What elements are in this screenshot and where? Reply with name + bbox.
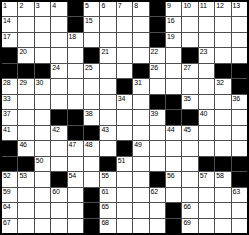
clue-number-9: 9 bbox=[167, 2, 171, 10]
clue-number-31: 31 bbox=[134, 79, 141, 87]
cell-r8c15[interactable] bbox=[232, 110, 247, 124]
cell-r2c1[interactable]: 14 bbox=[2, 17, 17, 31]
black-cell-r1c5 bbox=[68, 2, 83, 16]
cell-r15c12[interactable]: 69 bbox=[182, 219, 197, 233]
clue-number-32: 32 bbox=[216, 79, 223, 87]
cell-r8c10[interactable]: 39 bbox=[150, 110, 165, 124]
clue-number-34: 34 bbox=[118, 95, 125, 103]
clue-number-41: 41 bbox=[3, 126, 10, 134]
clue-number-37: 37 bbox=[3, 110, 10, 118]
cell-r2c2[interactable] bbox=[18, 17, 33, 31]
black-cell-r15c11 bbox=[166, 219, 181, 233]
cell-r9c13[interactable] bbox=[199, 126, 214, 140]
cell-r15c8[interactable] bbox=[117, 219, 132, 233]
cell-r2c7[interactable] bbox=[100, 17, 115, 31]
cell-r1c14[interactable]: 12 bbox=[215, 2, 230, 16]
cell-r9c10[interactable] bbox=[150, 126, 165, 140]
cell-r14c3[interactable] bbox=[35, 203, 50, 217]
cell-r5c10[interactable]: 26 bbox=[150, 64, 165, 78]
cell-r15c5[interactable] bbox=[68, 219, 83, 233]
cell-r13c10[interactable]: 62 bbox=[150, 188, 165, 202]
cell-r13c2[interactable] bbox=[18, 188, 33, 202]
black-cell-r7c11 bbox=[166, 95, 181, 109]
cell-r13c12[interactable] bbox=[182, 188, 197, 202]
clue-number-48: 48 bbox=[85, 141, 92, 149]
cell-r5c13[interactable] bbox=[199, 64, 214, 78]
cell-r1c7[interactable]: 6 bbox=[100, 2, 115, 16]
clue-number-19: 19 bbox=[167, 33, 174, 41]
cell-r14c13[interactable] bbox=[199, 203, 214, 217]
cell-r5c7[interactable] bbox=[100, 64, 115, 78]
cell-r2c4[interactable] bbox=[51, 17, 66, 31]
cell-r6c14[interactable]: 32 bbox=[215, 79, 230, 93]
black-cell-r8c11 bbox=[166, 110, 181, 124]
clue-number-43: 43 bbox=[101, 126, 108, 134]
cell-r2c15[interactable] bbox=[232, 17, 247, 31]
cell-r11c9[interactable] bbox=[133, 157, 148, 171]
cell-r1c3[interactable]: 3 bbox=[35, 2, 50, 16]
cell-r1c13[interactable]: 11 bbox=[199, 2, 214, 16]
cell-r6c13[interactable] bbox=[199, 79, 214, 93]
black-cell-r9c6 bbox=[84, 126, 99, 140]
black-cell-r11c13 bbox=[199, 157, 214, 171]
cell-r9c4[interactable]: 42 bbox=[51, 126, 66, 140]
clue-number-14: 14 bbox=[3, 17, 10, 25]
cell-r11c12[interactable] bbox=[182, 157, 197, 171]
cell-r3c13[interactable] bbox=[199, 33, 214, 47]
cell-r10c12[interactable] bbox=[182, 141, 197, 155]
clue-number-60: 60 bbox=[52, 188, 59, 196]
cell-r5c5[interactable] bbox=[68, 64, 83, 78]
clue-number-5: 5 bbox=[85, 2, 89, 10]
cell-r11c11[interactable] bbox=[166, 157, 181, 171]
black-cell-r5c14 bbox=[215, 64, 230, 78]
cell-r7c2[interactable] bbox=[18, 95, 33, 109]
clue-number-7: 7 bbox=[118, 2, 122, 10]
cell-r5c6[interactable]: 25 bbox=[84, 64, 99, 78]
black-cell-r5c9 bbox=[133, 64, 148, 78]
cell-r3c7[interactable] bbox=[100, 33, 115, 47]
black-cell-r14c6 bbox=[84, 203, 99, 217]
cell-r3c11[interactable]: 19 bbox=[166, 33, 181, 47]
clue-number-57: 57 bbox=[200, 172, 207, 180]
clue-number-44: 44 bbox=[167, 126, 174, 134]
cell-r4c13[interactable]: 23 bbox=[199, 48, 214, 62]
cell-r7c5[interactable] bbox=[68, 95, 83, 109]
cell-r8c14[interactable] bbox=[215, 110, 230, 124]
cell-r14c8[interactable] bbox=[117, 203, 132, 217]
cell-r3c8[interactable] bbox=[117, 33, 132, 47]
clue-number-33: 33 bbox=[3, 95, 10, 103]
black-cell-r5c1 bbox=[2, 64, 17, 78]
cell-r13c3[interactable] bbox=[35, 188, 50, 202]
clue-number-66: 66 bbox=[183, 203, 190, 211]
cell-r10c11[interactable] bbox=[166, 141, 181, 155]
cell-r1c12[interactable]: 10 bbox=[182, 2, 197, 16]
cell-r9c8[interactable] bbox=[117, 126, 132, 140]
cell-r9c3[interactable] bbox=[35, 126, 50, 140]
cell-r11c10[interactable] bbox=[150, 157, 165, 171]
cell-r10c6[interactable]: 48 bbox=[84, 141, 99, 155]
cell-r8c9[interactable] bbox=[133, 110, 148, 124]
cell-r6c11[interactable] bbox=[166, 79, 181, 93]
cell-r7c6[interactable] bbox=[84, 95, 99, 109]
clue-number-59: 59 bbox=[3, 188, 10, 196]
cell-r7c8[interactable]: 34 bbox=[117, 95, 132, 109]
clue-number-63: 63 bbox=[233, 188, 240, 196]
cell-r14c4[interactable] bbox=[51, 203, 66, 217]
clue-number-13: 13 bbox=[233, 2, 240, 10]
cell-r9c11[interactable]: 44 bbox=[166, 126, 181, 140]
clue-number-42: 42 bbox=[52, 126, 59, 134]
cell-r15c10[interactable] bbox=[150, 219, 165, 233]
cell-r12c14[interactable]: 58 bbox=[215, 172, 230, 186]
cell-r10c14[interactable] bbox=[215, 141, 230, 155]
clue-number-61: 61 bbox=[101, 188, 108, 196]
cell-r8c3[interactable] bbox=[35, 110, 50, 124]
cell-r2c11[interactable]: 16 bbox=[166, 17, 181, 31]
cell-r2c14[interactable] bbox=[215, 17, 230, 31]
clue-number-46: 46 bbox=[19, 141, 26, 149]
cell-r9c9[interactable] bbox=[133, 126, 148, 140]
cell-r1c8[interactable]: 7 bbox=[117, 2, 132, 16]
cell-r10c15[interactable] bbox=[232, 141, 247, 155]
cell-r15c9[interactable] bbox=[133, 219, 148, 233]
black-cell-r12c15 bbox=[232, 172, 247, 186]
cell-r13c4[interactable]: 60 bbox=[51, 188, 66, 202]
cell-r14c14[interactable] bbox=[215, 203, 230, 217]
cell-r8c8[interactable] bbox=[117, 110, 132, 124]
clue-number-28: 28 bbox=[3, 79, 10, 87]
clue-number-10: 10 bbox=[183, 2, 190, 10]
clue-number-55: 55 bbox=[101, 172, 108, 180]
cell-r15c3[interactable] bbox=[35, 219, 50, 233]
cell-r2c12[interactable] bbox=[182, 17, 197, 31]
cell-r6c1[interactable]: 28 bbox=[2, 79, 17, 93]
cell-r3c9[interactable] bbox=[133, 33, 148, 47]
cell-r12c5[interactable]: 54 bbox=[68, 172, 83, 186]
clue-number-65: 65 bbox=[101, 203, 108, 211]
clue-number-22: 22 bbox=[151, 48, 158, 56]
cell-r10c3[interactable] bbox=[35, 141, 50, 155]
cell-r6c9[interactable]: 31 bbox=[133, 79, 148, 93]
clue-number-38: 38 bbox=[85, 110, 92, 118]
cell-r5c8[interactable] bbox=[117, 64, 132, 78]
cell-r15c15[interactable] bbox=[232, 219, 247, 233]
cell-r7c3[interactable] bbox=[35, 95, 50, 109]
clue-number-3: 3 bbox=[36, 2, 40, 10]
cell-r6c12[interactable] bbox=[182, 79, 197, 93]
cell-r13c13[interactable] bbox=[199, 188, 214, 202]
cell-r9c2[interactable] bbox=[18, 126, 33, 140]
cell-r12c2[interactable]: 53 bbox=[18, 172, 33, 186]
clue-number-68: 68 bbox=[101, 219, 108, 227]
clue-number-52: 52 bbox=[3, 172, 10, 180]
cell-r10c13[interactable] bbox=[199, 141, 214, 155]
cell-r11c5[interactable] bbox=[68, 157, 83, 171]
cell-r9c14[interactable] bbox=[215, 126, 230, 140]
clue-number-1: 1 bbox=[3, 2, 7, 10]
clue-number-54: 54 bbox=[69, 172, 76, 180]
cell-r1c6[interactable]: 5 bbox=[84, 2, 99, 16]
cell-r2c13[interactable] bbox=[199, 17, 214, 31]
cell-r8c6[interactable]: 38 bbox=[84, 110, 99, 124]
clue-number-17: 17 bbox=[3, 33, 10, 41]
clue-number-24: 24 bbox=[52, 64, 59, 72]
cell-r12c11[interactable]: 56 bbox=[166, 172, 181, 186]
cell-r4c7[interactable]: 21 bbox=[100, 48, 115, 62]
clue-number-58: 58 bbox=[216, 172, 223, 180]
cell-r4c5[interactable] bbox=[68, 48, 83, 62]
cell-r3c5[interactable]: 18 bbox=[68, 33, 83, 47]
cell-r15c4[interactable] bbox=[51, 219, 66, 233]
cell-r15c13[interactable] bbox=[199, 219, 214, 233]
cell-r1c4[interactable]: 4 bbox=[51, 2, 66, 16]
cell-r9c12[interactable]: 45 bbox=[182, 126, 197, 140]
cell-r11c6[interactable] bbox=[84, 157, 99, 171]
cell-r10c7[interactable] bbox=[100, 141, 115, 155]
cell-r4c8[interactable] bbox=[117, 48, 132, 62]
clue-number-15: 15 bbox=[85, 17, 92, 25]
cell-r3c12[interactable] bbox=[182, 33, 197, 47]
cell-r7c12[interactable]: 35 bbox=[182, 95, 197, 109]
cell-r13c7[interactable]: 61 bbox=[100, 188, 115, 202]
cell-r8c13[interactable]: 40 bbox=[199, 110, 214, 124]
cell-r1c9[interactable]: 8 bbox=[133, 2, 148, 16]
cell-r3c3[interactable] bbox=[35, 33, 50, 47]
cell-r4c9[interactable] bbox=[133, 48, 148, 62]
clue-number-25: 25 bbox=[85, 64, 92, 72]
clue-number-49: 49 bbox=[134, 141, 141, 149]
clue-number-62: 62 bbox=[151, 188, 158, 196]
cell-r2c3[interactable] bbox=[35, 17, 50, 31]
cell-r2c8[interactable] bbox=[117, 17, 132, 31]
cell-r3c2[interactable] bbox=[18, 33, 33, 47]
clue-number-21: 21 bbox=[101, 48, 108, 56]
cell-r5c11[interactable] bbox=[166, 64, 181, 78]
cell-r9c15[interactable] bbox=[232, 126, 247, 140]
black-cell-r8c5 bbox=[68, 110, 83, 124]
cell-r15c2[interactable] bbox=[18, 219, 33, 233]
cell-r4c15[interactable] bbox=[232, 48, 247, 62]
black-cell-r9c5 bbox=[68, 126, 83, 140]
clue-number-39: 39 bbox=[151, 110, 158, 118]
cell-r15c14[interactable] bbox=[215, 219, 230, 233]
clue-number-67: 67 bbox=[3, 219, 10, 227]
cell-r3c14[interactable] bbox=[215, 33, 230, 47]
cell-r11c8[interactable]: 51 bbox=[117, 157, 132, 171]
cell-r6c7[interactable] bbox=[100, 79, 115, 93]
cell-r8c2[interactable] bbox=[18, 110, 33, 124]
cell-r8c7[interactable] bbox=[100, 110, 115, 124]
black-cell-r2c5 bbox=[68, 17, 83, 31]
black-cell-r15c6 bbox=[84, 219, 99, 233]
black-cell-r11c15 bbox=[232, 157, 247, 171]
clue-number-23: 23 bbox=[200, 48, 207, 56]
cell-r15c1[interactable]: 67 bbox=[2, 219, 17, 233]
clue-number-20: 20 bbox=[19, 48, 26, 56]
cell-r10c5[interactable]: 47 bbox=[68, 141, 83, 155]
cell-r12c9[interactable] bbox=[133, 172, 148, 186]
cell-r6c5[interactable] bbox=[68, 79, 83, 93]
black-cell-r3c10 bbox=[150, 33, 165, 47]
clue-number-50: 50 bbox=[36, 157, 43, 165]
cell-r13c5[interactable] bbox=[68, 188, 83, 202]
black-cell-r11c1 bbox=[2, 157, 17, 171]
black-cell-r8c12 bbox=[182, 110, 197, 124]
cell-r6c10[interactable] bbox=[150, 79, 165, 93]
cell-r4c3[interactable] bbox=[35, 48, 50, 62]
cell-r14c7[interactable]: 65 bbox=[100, 203, 115, 217]
black-cell-r10c1 bbox=[2, 141, 17, 155]
cell-r7c13[interactable] bbox=[199, 95, 214, 109]
cell-r11c4[interactable] bbox=[51, 157, 66, 171]
black-cell-r4c6 bbox=[84, 48, 99, 62]
cell-r2c6[interactable]: 15 bbox=[84, 17, 99, 31]
cell-r12c13[interactable]: 57 bbox=[199, 172, 214, 186]
clue-number-47: 47 bbox=[69, 141, 76, 149]
black-cell-r12c10 bbox=[150, 172, 165, 186]
clue-number-26: 26 bbox=[151, 64, 158, 72]
cell-r9c1[interactable]: 41 bbox=[2, 126, 17, 140]
cell-r8c1[interactable]: 37 bbox=[2, 110, 17, 124]
cell-r3c6[interactable] bbox=[84, 33, 99, 47]
clue-number-36: 36 bbox=[233, 95, 240, 103]
cell-r6c6[interactable] bbox=[84, 79, 99, 93]
cell-r1c11[interactable]: 9 bbox=[166, 2, 181, 16]
cell-r11c3[interactable]: 50 bbox=[35, 157, 50, 171]
clue-number-29: 29 bbox=[19, 79, 26, 87]
black-cell-r6c8 bbox=[117, 79, 132, 93]
cell-r10c4[interactable] bbox=[51, 141, 66, 155]
cell-r14c10[interactable] bbox=[150, 203, 165, 217]
black-cell-r11c7 bbox=[100, 157, 115, 171]
clue-number-11: 11 bbox=[200, 2, 207, 10]
cell-r6c4[interactable] bbox=[51, 79, 66, 93]
cell-r5c4[interactable]: 24 bbox=[51, 64, 66, 78]
cell-r12c1[interactable]: 52 bbox=[2, 172, 17, 186]
cell-r7c9[interactable] bbox=[133, 95, 148, 109]
cell-r13c14[interactable] bbox=[215, 188, 230, 202]
black-cell-r2c10 bbox=[150, 17, 165, 31]
cell-r6c3[interactable]: 30 bbox=[35, 79, 50, 93]
cell-r14c5[interactable] bbox=[68, 203, 83, 217]
cell-r13c8[interactable] bbox=[117, 188, 132, 202]
black-cell-r5c3 bbox=[35, 64, 50, 78]
cell-r3c1[interactable]: 17 bbox=[2, 33, 17, 47]
cell-r9c7[interactable]: 43 bbox=[100, 126, 115, 140]
cell-r7c15[interactable]: 36 bbox=[232, 95, 247, 109]
cell-r13c15[interactable]: 63 bbox=[232, 188, 247, 202]
clue-number-27: 27 bbox=[183, 64, 190, 72]
clue-number-56: 56 bbox=[167, 172, 174, 180]
cell-r4c2[interactable]: 20 bbox=[18, 48, 33, 62]
cell-r14c2[interactable] bbox=[18, 203, 33, 217]
cell-r12c6[interactable] bbox=[84, 172, 99, 186]
clue-number-51: 51 bbox=[118, 157, 125, 165]
black-cell-r11c14 bbox=[215, 157, 230, 171]
cell-r10c9[interactable]: 49 bbox=[133, 141, 148, 155]
clue-number-16: 16 bbox=[167, 17, 174, 25]
black-cell-r1c10 bbox=[150, 2, 165, 16]
cell-r7c7[interactable] bbox=[100, 95, 115, 109]
cell-r10c2[interactable]: 46 bbox=[18, 141, 33, 155]
cell-r2c9[interactable] bbox=[133, 17, 148, 31]
cell-r1c1[interactable]: 1 bbox=[2, 2, 17, 16]
cell-r12c7[interactable]: 55 bbox=[100, 172, 115, 186]
clue-number-64: 64 bbox=[3, 203, 10, 211]
clue-number-18: 18 bbox=[69, 33, 76, 41]
cell-r1c15[interactable]: 13 bbox=[232, 2, 247, 16]
black-cell-r12c4 bbox=[51, 172, 66, 186]
clue-number-2: 2 bbox=[19, 2, 23, 10]
clue-number-6: 6 bbox=[101, 2, 105, 10]
cell-r7c4[interactable] bbox=[51, 95, 66, 109]
cell-r12c3[interactable] bbox=[35, 172, 50, 186]
black-cell-r14c11 bbox=[166, 203, 181, 217]
cell-r13c11[interactable] bbox=[166, 188, 181, 202]
cell-r13c9[interactable] bbox=[133, 188, 148, 202]
cell-r3c15[interactable] bbox=[232, 33, 247, 47]
cell-r15c7[interactable]: 68 bbox=[100, 219, 115, 233]
cell-r7c1[interactable]: 33 bbox=[2, 95, 17, 109]
black-cell-r7c10 bbox=[150, 95, 165, 109]
cell-r4c4[interactable] bbox=[51, 48, 66, 62]
cell-r12c8[interactable] bbox=[117, 172, 132, 186]
cell-r14c1[interactable]: 64 bbox=[2, 203, 17, 217]
clue-number-69: 69 bbox=[183, 219, 190, 227]
cell-r12c12[interactable] bbox=[182, 172, 197, 186]
cell-r4c14[interactable] bbox=[215, 48, 230, 62]
black-cell-r11c2 bbox=[18, 157, 33, 171]
cell-r3c4[interactable] bbox=[51, 33, 66, 47]
clue-number-8: 8 bbox=[134, 2, 138, 10]
black-cell-r10c8 bbox=[117, 141, 132, 155]
black-cell-r4c12 bbox=[182, 48, 197, 62]
clue-number-35: 35 bbox=[183, 95, 190, 103]
black-cell-r13c6 bbox=[84, 188, 99, 202]
black-cell-r8c4 bbox=[51, 110, 66, 124]
black-cell-r4c1 bbox=[2, 48, 17, 62]
clue-number-12: 12 bbox=[216, 2, 223, 10]
cell-r4c11[interactable] bbox=[166, 48, 181, 62]
cell-r7c14[interactable] bbox=[215, 95, 230, 109]
black-cell-r6c15 bbox=[232, 79, 247, 93]
cell-r4c10[interactable]: 22 bbox=[150, 48, 165, 62]
crossword-grid: 1234567891011121314151617181920212223242… bbox=[0, 0, 249, 235]
clue-number-53: 53 bbox=[19, 172, 26, 180]
clue-number-30: 30 bbox=[36, 79, 43, 87]
clue-number-4: 4 bbox=[52, 2, 56, 10]
black-cell-r5c2 bbox=[18, 64, 33, 78]
cell-r10c10[interactable] bbox=[150, 141, 165, 155]
black-cell-r5c15 bbox=[232, 64, 247, 78]
cell-r14c15[interactable] bbox=[232, 203, 247, 217]
cell-r1c2[interactable]: 2 bbox=[18, 2, 33, 16]
cell-r14c9[interactable] bbox=[133, 203, 148, 217]
clue-number-45: 45 bbox=[183, 126, 190, 134]
cell-r5c12[interactable]: 27 bbox=[182, 64, 197, 78]
clue-number-40: 40 bbox=[200, 110, 207, 118]
cell-r6c2[interactable]: 29 bbox=[18, 79, 33, 93]
cell-r13c1[interactable]: 59 bbox=[2, 188, 17, 202]
cell-r14c12[interactable]: 66 bbox=[182, 203, 197, 217]
